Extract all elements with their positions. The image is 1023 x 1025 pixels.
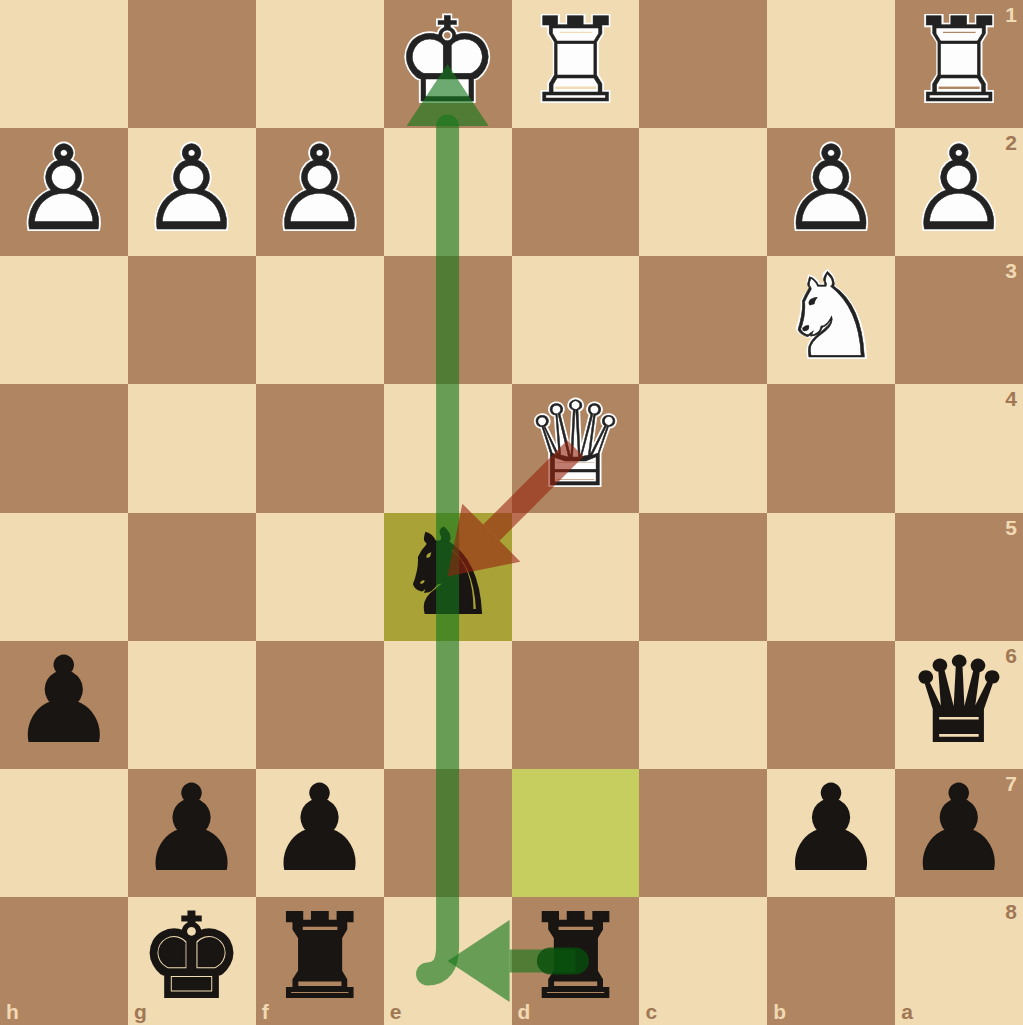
pawn-outline-glyph: ♙ (907, 130, 1012, 247)
square-b8[interactable]: b (767, 897, 895, 1025)
black-pawn-a7[interactable]: ♟ (895, 769, 1023, 897)
square-g4[interactable] (128, 384, 256, 512)
rook-glyph: ♜ (267, 898, 372, 1015)
black-pawn-h6[interactable]: ♟ (0, 641, 128, 769)
black-pawn-f7[interactable]: ♟ (256, 769, 384, 897)
square-c1[interactable] (639, 0, 767, 128)
square-e7[interactable] (384, 769, 512, 897)
rook-glyph: ♜ (523, 898, 628, 1015)
knight-glyph: ♞ (395, 514, 500, 631)
pawn-outline-glyph: ♙ (11, 130, 116, 247)
pawn-outline-glyph: ♙ (139, 130, 244, 247)
square-b6[interactable] (767, 641, 895, 769)
white-pawn-h2[interactable]: ♟♙ (0, 128, 128, 256)
square-f1[interactable] (256, 0, 384, 128)
file-label-e: e (390, 1001, 402, 1022)
square-a4[interactable]: 4 (895, 384, 1023, 512)
black-pawn-b7[interactable]: ♟ (767, 769, 895, 897)
queen-outline-glyph: ♕ (523, 386, 628, 503)
square-e2[interactable] (384, 128, 512, 256)
square-e4[interactable] (384, 384, 512, 512)
square-a5[interactable]: 5 (895, 513, 1023, 641)
white-pawn-f2[interactable]: ♟♙ (256, 128, 384, 256)
black-knight-e5[interactable]: ♞ (384, 513, 512, 641)
rook-outline-glyph: ♖ (523, 2, 628, 119)
pawn-glyph: ♟ (779, 770, 884, 887)
square-d3[interactable] (512, 256, 640, 384)
pawn-outline-glyph: ♙ (267, 130, 372, 247)
square-f5[interactable] (256, 513, 384, 641)
square-d7[interactable] (512, 769, 640, 897)
rank-label-8: 8 (1005, 901, 1017, 922)
square-e3[interactable] (384, 256, 512, 384)
square-h8[interactable]: h (0, 897, 128, 1025)
square-e6[interactable] (384, 641, 512, 769)
rank-label-4: 4 (1005, 388, 1017, 409)
queen-glyph: ♛ (907, 642, 1012, 759)
king-glyph: ♚ (139, 898, 244, 1015)
pawn-glyph: ♟ (11, 642, 116, 759)
white-pawn-g2[interactable]: ♟♙ (128, 128, 256, 256)
black-pawn-g7[interactable]: ♟ (128, 769, 256, 897)
king-outline-glyph: ♔ (395, 2, 500, 119)
black-queen-a6[interactable]: ♛ (895, 641, 1023, 769)
white-rook-a1[interactable]: ♜♖ (895, 0, 1023, 128)
file-label-c: c (645, 1001, 657, 1022)
square-a8[interactable]: a8 (895, 897, 1023, 1025)
white-king-e1[interactable]: ♚♔ (384, 0, 512, 128)
rank-label-5: 5 (1005, 517, 1017, 538)
square-h4[interactable] (0, 384, 128, 512)
square-h3[interactable] (0, 256, 128, 384)
square-a3[interactable]: 3 (895, 256, 1023, 384)
file-label-h: h (6, 1001, 19, 1022)
white-pawn-a2[interactable]: ♟♙ (895, 128, 1023, 256)
chess-board: 1234567hgfedcba8 ♚♔♜♖♜♖♟♙♟♙♟♙♟♙♟♙♞♘♛♕♞♛♟… (0, 0, 1023, 1025)
pawn-glyph: ♟ (267, 770, 372, 887)
square-d2[interactable] (512, 128, 640, 256)
square-f3[interactable] (256, 256, 384, 384)
white-queen-d4[interactable]: ♛♕ (512, 384, 640, 512)
square-c4[interactable] (639, 384, 767, 512)
square-c6[interactable] (639, 641, 767, 769)
square-g5[interactable] (128, 513, 256, 641)
white-pawn-b2[interactable]: ♟♙ (767, 128, 895, 256)
square-b4[interactable] (767, 384, 895, 512)
square-e8[interactable]: e (384, 897, 512, 1025)
square-g6[interactable] (128, 641, 256, 769)
white-rook-d1[interactable]: ♜♖ (512, 0, 640, 128)
square-f4[interactable] (256, 384, 384, 512)
file-label-b: b (773, 1001, 786, 1022)
rank-label-3: 3 (1005, 260, 1017, 281)
square-d5[interactable] (512, 513, 640, 641)
square-h1[interactable] (0, 0, 128, 128)
square-h5[interactable] (0, 513, 128, 641)
knight-outline-glyph: ♘ (779, 258, 884, 375)
pawn-glyph: ♟ (907, 770, 1012, 887)
file-label-a: a (901, 1001, 913, 1022)
square-c7[interactable] (639, 769, 767, 897)
rook-outline-glyph: ♖ (907, 2, 1012, 119)
square-g3[interactable] (128, 256, 256, 384)
square-c8[interactable]: c (639, 897, 767, 1025)
square-c3[interactable] (639, 256, 767, 384)
pawn-glyph: ♟ (139, 770, 244, 887)
square-b1[interactable] (767, 0, 895, 128)
square-d6[interactable] (512, 641, 640, 769)
square-c2[interactable] (639, 128, 767, 256)
pawn-outline-glyph: ♙ (779, 130, 884, 247)
black-rook-d8[interactable]: ♜ (512, 897, 640, 1025)
black-king-g8[interactable]: ♚ (128, 897, 256, 1025)
square-c5[interactable] (639, 513, 767, 641)
black-rook-f8[interactable]: ♜ (256, 897, 384, 1025)
square-b5[interactable] (767, 513, 895, 641)
white-knight-b3[interactable]: ♞♘ (767, 256, 895, 384)
square-f6[interactable] (256, 641, 384, 769)
square-g1[interactable] (128, 0, 256, 128)
square-h7[interactable] (0, 769, 128, 897)
